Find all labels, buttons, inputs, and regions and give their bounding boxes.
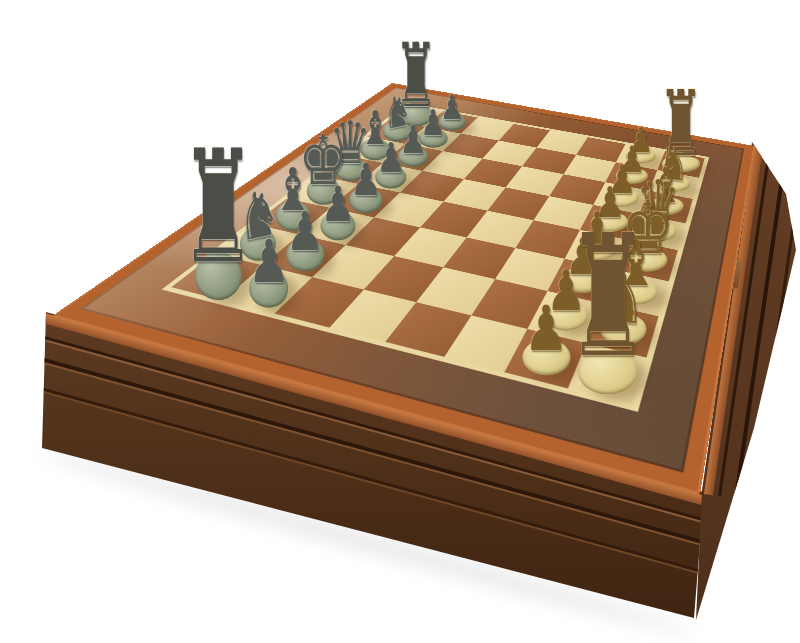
board-border-line — [162, 103, 710, 412]
chess-set-photo: ♜♞♝♛♚♝♞♜♟♟♟♟♟♟♟♟♟♟♟♟♟♟♟♟♜♞♝♛♚♝♞♜ — [0, 0, 800, 643]
chess-board-grid — [171, 105, 704, 405]
